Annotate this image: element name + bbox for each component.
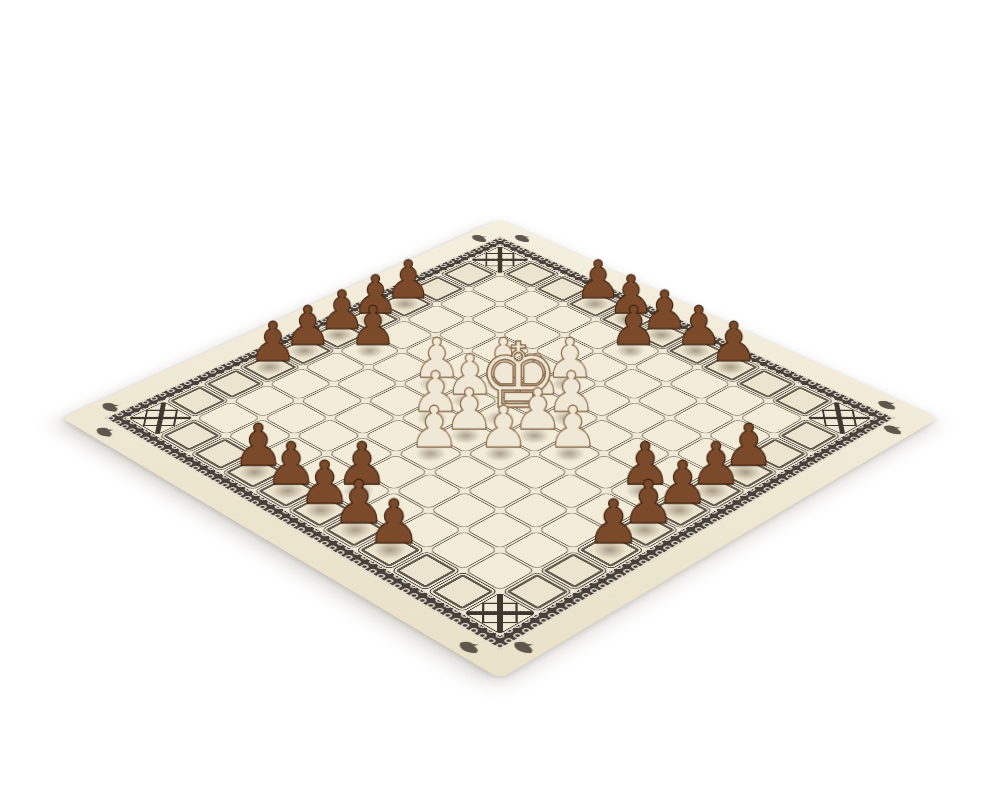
attacker-piece: ♟ bbox=[351, 271, 392, 319]
attacker-piece: ♟ bbox=[385, 256, 426, 304]
board-cell bbox=[202, 368, 266, 400]
board-scene: ♟♟♟♟♟♟♟♟♟♟♟♟♟♟♟♟♟♟♚♟♟♟♟♟♟♟♟♟♟♟♟♟♟♟♟♟♟ bbox=[190, 108, 810, 728]
attacker-piece: ♟ bbox=[248, 317, 291, 367]
hnefatafl-board-mat: ♟♟♟♟♟♟♟♟♟♟♟♟♟♟♟♟♟♟♚♟♟♟♟♟♟♟♟♟♟♟♟♟♟♟♟♟♟ bbox=[62, 219, 939, 679]
raven-icon bbox=[91, 424, 120, 440]
corner-escape-square bbox=[128, 401, 193, 435]
knotwork-border-band: ♟♟♟♟♟♟♟♟♟♟♟♟♟♟♟♟♟♟♚♟♟♟♟♟♟♟♟♟♟♟♟♟♟♟♟♟♟ bbox=[104, 236, 896, 650]
attacker-piece: ♟ bbox=[574, 256, 615, 304]
attacker-piece: ♟ bbox=[283, 301, 325, 350]
board-cell: ♟ bbox=[221, 454, 288, 490]
attacker-piece: ♟ bbox=[607, 271, 648, 319]
attacker-piece: ♟ bbox=[674, 301, 716, 350]
product-photo-stage: ♟♟♟♟♟♟♟♟♟♟♟♟♟♟♟♟♟♟♚♟♟♟♟♟♟♟♟♟♟♟♟♟♟♟♟♟♟ bbox=[0, 0, 1000, 800]
board-grid: ♟♟♟♟♟♟♟♟♟♟♟♟♟♟♟♟♟♟♚♟♟♟♟♟♟♟♟♟♟♟♟♟♟♟♟♟♟ bbox=[128, 246, 872, 634]
board-cell bbox=[264, 401, 329, 435]
board-cell bbox=[770, 384, 834, 417]
board-cell bbox=[671, 401, 736, 435]
board-cell: ♟ bbox=[434, 384, 498, 417]
board-cell bbox=[734, 368, 798, 400]
attacker-piece: ♟ bbox=[318, 286, 360, 335]
attacker-piece: ♟ bbox=[709, 317, 752, 367]
attacker-piece: ♟ bbox=[640, 286, 682, 335]
corner-escape-square bbox=[807, 401, 872, 435]
